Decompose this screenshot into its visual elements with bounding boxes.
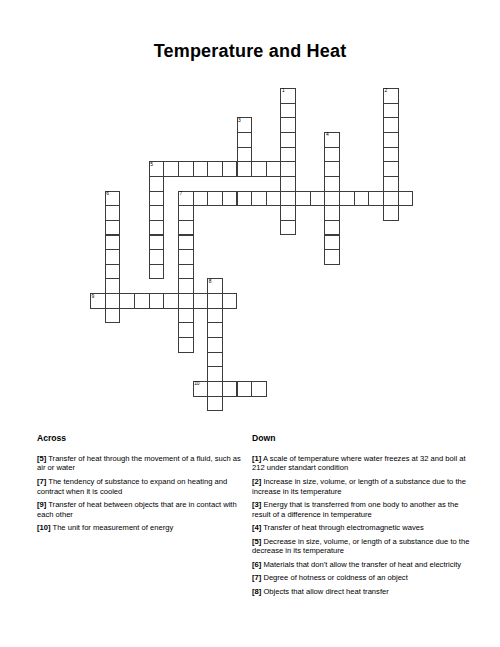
cell-r5c9[interactable] — [222, 161, 238, 177]
cell-r6c20[interactable] — [383, 176, 399, 192]
cell-number-5: 5 — [150, 163, 153, 168]
cell-r4c13[interactable] — [280, 147, 296, 163]
cell-r5c7[interactable] — [193, 161, 209, 177]
cell-number-4: 4 — [326, 133, 329, 138]
cell-r13c6[interactable] — [178, 278, 194, 294]
cell-number-8: 8 — [209, 280, 212, 285]
cell-r14c9[interactable] — [222, 293, 238, 309]
across-clue-list: [5] Transfer of heat through the movemen… — [37, 454, 249, 533]
cell-r5c5[interactable] — [163, 161, 179, 177]
cell-number-10: 10 — [194, 382, 199, 387]
clue-down-6: [6] Materials that don't allow the trans… — [252, 560, 470, 570]
cell-r14c5[interactable] — [163, 293, 179, 309]
clue-down-4: [4] Transfer of heat through electromagn… — [252, 523, 470, 533]
cell-number-3: 3 — [238, 119, 241, 124]
cell-r21c8[interactable] — [207, 396, 223, 412]
cell-r11c1[interactable] — [105, 249, 121, 265]
crossword-page: Temperature and Heat 12345678910 Across … — [0, 0, 500, 647]
cell-r3c10[interactable] — [237, 132, 253, 148]
cell-r20c9[interactable] — [222, 381, 238, 397]
cell-r7c11[interactable] — [251, 191, 267, 207]
clue-across-10: [10] The unit for measurement of energy — [37, 523, 249, 533]
cell-r9c1[interactable] — [105, 220, 121, 236]
cell-r16c8[interactable] — [207, 322, 223, 338]
cell-r1c13[interactable] — [280, 103, 296, 119]
down-clues-section: Down [1] A scale of temperature where wa… — [252, 434, 470, 600]
across-clues-section: Across [5] Transfer of heat through the … — [37, 434, 249, 537]
cell-r16c6[interactable] — [178, 322, 194, 338]
cell-r5c11[interactable] — [251, 161, 267, 177]
cell-r6c16[interactable] — [324, 176, 340, 192]
cell-r7c14[interactable] — [295, 191, 311, 207]
cell-r17c8[interactable] — [207, 337, 223, 353]
cell-r7c10[interactable] — [237, 191, 253, 207]
cell-r11c16[interactable] — [324, 249, 340, 265]
cell-r10c6[interactable] — [178, 235, 194, 251]
cell-r15c8[interactable] — [207, 308, 223, 324]
cell-r7c13[interactable] — [280, 191, 296, 207]
cell-r9c4[interactable] — [149, 220, 165, 236]
down-header: Down — [252, 434, 470, 443]
cell-number-1: 1 — [282, 89, 285, 94]
cell-r8c13[interactable] — [280, 205, 296, 221]
cell-r20c10[interactable] — [237, 381, 253, 397]
cell-r4c16[interactable] — [324, 147, 340, 163]
clue-number: [9] — [37, 500, 46, 509]
cell-r8c4[interactable] — [149, 205, 165, 221]
cell-r14c4[interactable] — [149, 293, 165, 309]
crossword-grid: 12345678910 — [90, 88, 414, 412]
clue-number: [7] — [252, 573, 261, 582]
cell-r7c18[interactable] — [354, 191, 370, 207]
cell-r7c9[interactable] — [222, 191, 238, 207]
clue-number: [2] — [252, 477, 261, 486]
cell-r8c20[interactable] — [383, 205, 399, 221]
clue-number: [4] — [252, 523, 261, 532]
cell-r7c15[interactable] — [310, 191, 326, 207]
clue-number: [8] — [252, 587, 261, 596]
cell-r14c6[interactable] — [178, 293, 194, 309]
clue-down-3: [3] Energy that is transferred from one … — [252, 500, 470, 520]
cell-r14c1[interactable] — [105, 293, 121, 309]
cell-r5c12[interactable] — [266, 161, 282, 177]
cell-r3c20[interactable] — [383, 132, 399, 148]
clue-number: [6] — [252, 560, 261, 569]
cell-r14c7[interactable] — [193, 293, 209, 309]
cell-r13c1[interactable] — [105, 278, 121, 294]
cell-r4c20[interactable] — [383, 147, 399, 163]
cell-r6c4[interactable] — [149, 176, 165, 192]
cell-r5c10[interactable] — [237, 161, 253, 177]
puzzle-title: Temperature and Heat — [0, 41, 500, 62]
cell-r12c4[interactable] — [149, 264, 165, 280]
clue-number: [10] — [37, 523, 51, 532]
clue-down-8: [8] Objects that allow direct heat trans… — [252, 587, 470, 597]
cell-r17c6[interactable] — [178, 337, 194, 353]
cell-r5c16[interactable] — [324, 161, 340, 177]
cell-r9c13[interactable] — [280, 220, 296, 236]
cell-r10c1[interactable] — [105, 235, 121, 251]
cell-r7c8[interactable] — [207, 191, 223, 207]
cell-r9c16[interactable] — [324, 220, 340, 236]
clue-number: [1] — [252, 454, 261, 463]
cell-r1c20[interactable] — [383, 103, 399, 119]
cell-r11c6[interactable] — [178, 249, 194, 265]
cell-r2c20[interactable] — [383, 117, 399, 133]
cell-r15c1[interactable] — [105, 308, 121, 324]
clue-down-5: [5] Decrease in size, volume, or length … — [252, 537, 470, 557]
cell-r19c8[interactable] — [207, 366, 223, 382]
cell-r5c6[interactable] — [178, 161, 194, 177]
cell-r7c12[interactable] — [266, 191, 282, 207]
cell-r10c4[interactable] — [149, 235, 165, 251]
clue-down-1: [1] A scale of temperature where water f… — [252, 454, 470, 474]
cell-r5c13[interactable] — [280, 161, 296, 177]
clue-number: [5] — [37, 454, 46, 463]
clue-down-2: [2] Increase in size, volume, or length … — [252, 477, 470, 497]
clue-across-5: [5] Transfer of heat through the movemen… — [37, 454, 249, 474]
cell-r3c13[interactable] — [280, 132, 296, 148]
cell-r7c21[interactable] — [398, 191, 414, 207]
clue-number: [5] — [252, 537, 261, 546]
cell-r5c20[interactable] — [383, 161, 399, 177]
cell-r7c19[interactable] — [368, 191, 384, 207]
cell-r7c4[interactable] — [149, 191, 165, 207]
cell-r15c6[interactable] — [178, 308, 194, 324]
cell-r20c8[interactable] — [207, 381, 223, 397]
clue-across-9: [9] Transfer of heat between objects tha… — [37, 500, 249, 520]
cell-r7c16[interactable] — [324, 191, 340, 207]
clue-down-7: [7] Degree of hotness or coldness of an … — [252, 573, 470, 583]
cell-number-2: 2 — [385, 89, 388, 94]
cell-number-7: 7 — [180, 192, 183, 197]
cell-r4c10[interactable] — [237, 147, 253, 163]
cell-r7c20[interactable] — [383, 191, 399, 207]
cell-r5c8[interactable] — [207, 161, 223, 177]
cell-r6c13[interactable] — [280, 176, 296, 192]
cell-r7c7[interactable] — [193, 191, 209, 207]
cell-r11c4[interactable] — [149, 249, 165, 265]
cell-r2c13[interactable] — [280, 117, 296, 133]
cell-r12c6[interactable] — [178, 264, 194, 280]
cell-number-6: 6 — [106, 192, 109, 197]
cell-number-9: 9 — [92, 295, 95, 300]
cell-r14c8[interactable] — [207, 293, 223, 309]
clue-number: [7] — [37, 477, 46, 486]
cell-r9c6[interactable] — [178, 220, 194, 236]
down-clue-list: [1] A scale of temperature where water f… — [252, 454, 470, 597]
cell-r18c8[interactable] — [207, 352, 223, 368]
cell-r14c3[interactable] — [134, 293, 150, 309]
cell-r8c16[interactable] — [324, 205, 340, 221]
cell-r14c2[interactable] — [119, 293, 135, 309]
cell-r8c6[interactable] — [178, 205, 194, 221]
cell-r7c17[interactable] — [339, 191, 355, 207]
clue-across-7: [7] The tendency of substance to expand … — [37, 477, 249, 497]
clue-number: [3] — [252, 500, 261, 509]
cell-r12c1[interactable] — [105, 264, 121, 280]
cell-r10c16[interactable] — [324, 235, 340, 251]
cell-r20c11[interactable] — [251, 381, 267, 397]
across-header: Across — [37, 434, 249, 443]
cell-r8c1[interactable] — [105, 205, 121, 221]
